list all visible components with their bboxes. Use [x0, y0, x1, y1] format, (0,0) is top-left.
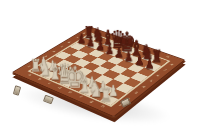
coordinate-label: 6	[152, 72, 164, 79]
square-f6	[117, 60, 134, 69]
chess-board: abcdefgh abcdefgh 87654321 87654321 ♜♞♝♛…	[12, 26, 186, 117]
product-photo-scene: abcdefgh abcdefgh 87654321 87654321 ♜♞♝♛…	[0, 0, 200, 133]
